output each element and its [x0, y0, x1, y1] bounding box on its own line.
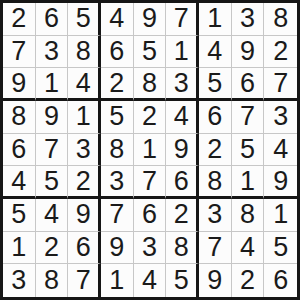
sudoku-cell-r5c9[interactable]: 4 — [264, 134, 297, 167]
sudoku-cell-r6c5[interactable]: 7 — [134, 166, 167, 199]
sudoku-cell-r7c3[interactable]: 9 — [68, 199, 101, 232]
sudoku-cell-r7c4[interactable]: 7 — [101, 199, 134, 232]
sudoku-cell-r2c1[interactable]: 7 — [3, 36, 36, 69]
sudoku-cell-r5c3[interactable]: 3 — [68, 134, 101, 167]
sudoku-cell-r8c8[interactable]: 4 — [232, 232, 265, 265]
sudoku-cell-r7c8[interactable]: 8 — [232, 199, 265, 232]
sudoku-cell-r3c8[interactable]: 6 — [232, 68, 265, 101]
sudoku-cell-r9c4[interactable]: 1 — [101, 264, 134, 297]
sudoku-cell-r4c5[interactable]: 2 — [134, 101, 167, 134]
sudoku-cell-r6c8[interactable]: 1 — [232, 166, 265, 199]
sudoku-cell-r1c1[interactable]: 2 — [3, 3, 36, 36]
sudoku-cell-r9c1[interactable]: 3 — [3, 264, 36, 297]
sudoku-cell-r4c6[interactable]: 4 — [166, 101, 199, 134]
sudoku-cell-r5c1[interactable]: 6 — [3, 134, 36, 167]
sudoku-cell-r6c2[interactable]: 5 — [36, 166, 69, 199]
sudoku-cell-r4c4[interactable]: 5 — [101, 101, 134, 134]
sudoku-cell-r4c8[interactable]: 7 — [232, 101, 265, 134]
sudoku-cell-r1c9[interactable]: 8 — [264, 3, 297, 36]
sudoku-cell-r2c8[interactable]: 9 — [232, 36, 265, 69]
sudoku-cell-r1c5[interactable]: 9 — [134, 3, 167, 36]
sudoku-cell-r5c4[interactable]: 8 — [101, 134, 134, 167]
sudoku-cell-r1c4[interactable]: 4 — [101, 3, 134, 36]
sudoku-cell-r3c7[interactable]: 5 — [199, 68, 232, 101]
sudoku-cell-r3c2[interactable]: 1 — [36, 68, 69, 101]
sudoku-cell-r3c6[interactable]: 3 — [166, 68, 199, 101]
sudoku-cell-r5c8[interactable]: 5 — [232, 134, 265, 167]
sudoku-cell-r7c7[interactable]: 3 — [199, 199, 232, 232]
sudoku-cell-r2c6[interactable]: 1 — [166, 36, 199, 69]
sudoku-cell-r1c6[interactable]: 7 — [166, 3, 199, 36]
sudoku-cell-r3c1[interactable]: 9 — [3, 68, 36, 101]
sudoku-cell-r9c7[interactable]: 9 — [199, 264, 232, 297]
sudoku-cell-r2c2[interactable]: 3 — [36, 36, 69, 69]
sudoku-board: 2654971387386514929142835678915246736738… — [0, 0, 300, 300]
sudoku-cell-r9c2[interactable]: 8 — [36, 264, 69, 297]
sudoku-cell-r3c9[interactable]: 7 — [264, 68, 297, 101]
sudoku-cell-r6c6[interactable]: 6 — [166, 166, 199, 199]
sudoku-cell-r7c6[interactable]: 2 — [166, 199, 199, 232]
sudoku-cell-r5c7[interactable]: 2 — [199, 134, 232, 167]
sudoku-cell-r3c4[interactable]: 2 — [101, 68, 134, 101]
sudoku-cell-r9c5[interactable]: 4 — [134, 264, 167, 297]
sudoku-cell-r1c3[interactable]: 5 — [68, 3, 101, 36]
sudoku-cell-r8c4[interactable]: 9 — [101, 232, 134, 265]
sudoku-cell-r2c5[interactable]: 5 — [134, 36, 167, 69]
sudoku-cell-r8c9[interactable]: 5 — [264, 232, 297, 265]
sudoku-cell-r8c3[interactable]: 6 — [68, 232, 101, 265]
sudoku-cell-r2c4[interactable]: 6 — [101, 36, 134, 69]
sudoku-cell-r8c1[interactable]: 1 — [3, 232, 36, 265]
sudoku-cell-r2c9[interactable]: 2 — [264, 36, 297, 69]
sudoku-cell-r3c5[interactable]: 8 — [134, 68, 167, 101]
sudoku-cell-r5c6[interactable]: 9 — [166, 134, 199, 167]
sudoku-cell-r6c7[interactable]: 8 — [199, 166, 232, 199]
sudoku-cell-r5c2[interactable]: 7 — [36, 134, 69, 167]
sudoku-cell-r8c7[interactable]: 7 — [199, 232, 232, 265]
sudoku-cell-r4c9[interactable]: 3 — [264, 101, 297, 134]
sudoku-cell-r6c1[interactable]: 4 — [3, 166, 36, 199]
sudoku-cell-r2c7[interactable]: 4 — [199, 36, 232, 69]
sudoku-cell-r6c4[interactable]: 3 — [101, 166, 134, 199]
sudoku-cell-r8c2[interactable]: 2 — [36, 232, 69, 265]
sudoku-cell-r4c3[interactable]: 1 — [68, 101, 101, 134]
sudoku-cell-r4c7[interactable]: 6 — [199, 101, 232, 134]
sudoku-cell-r8c5[interactable]: 3 — [134, 232, 167, 265]
sudoku-cell-r4c1[interactable]: 8 — [3, 101, 36, 134]
sudoku-cell-r7c9[interactable]: 1 — [264, 199, 297, 232]
sudoku-cell-r2c3[interactable]: 8 — [68, 36, 101, 69]
sudoku-cell-r7c1[interactable]: 5 — [3, 199, 36, 232]
sudoku-cell-r9c9[interactable]: 6 — [264, 264, 297, 297]
sudoku-cell-r8c6[interactable]: 8 — [166, 232, 199, 265]
sudoku-cell-r6c9[interactable]: 9 — [264, 166, 297, 199]
sudoku-cell-r5c5[interactable]: 1 — [134, 134, 167, 167]
sudoku-cell-r3c3[interactable]: 4 — [68, 68, 101, 101]
sudoku-cell-r1c7[interactable]: 1 — [199, 3, 232, 36]
sudoku-cell-r1c2[interactable]: 6 — [36, 3, 69, 36]
sudoku-cell-r1c8[interactable]: 3 — [232, 3, 265, 36]
sudoku-cell-r9c3[interactable]: 7 — [68, 264, 101, 297]
sudoku-cell-r6c3[interactable]: 2 — [68, 166, 101, 199]
sudoku-cell-r9c6[interactable]: 5 — [166, 264, 199, 297]
sudoku-cell-r9c8[interactable]: 2 — [232, 264, 265, 297]
sudoku-cell-r7c5[interactable]: 6 — [134, 199, 167, 232]
sudoku-cell-r4c2[interactable]: 9 — [36, 101, 69, 134]
sudoku-cell-r7c2[interactable]: 4 — [36, 199, 69, 232]
